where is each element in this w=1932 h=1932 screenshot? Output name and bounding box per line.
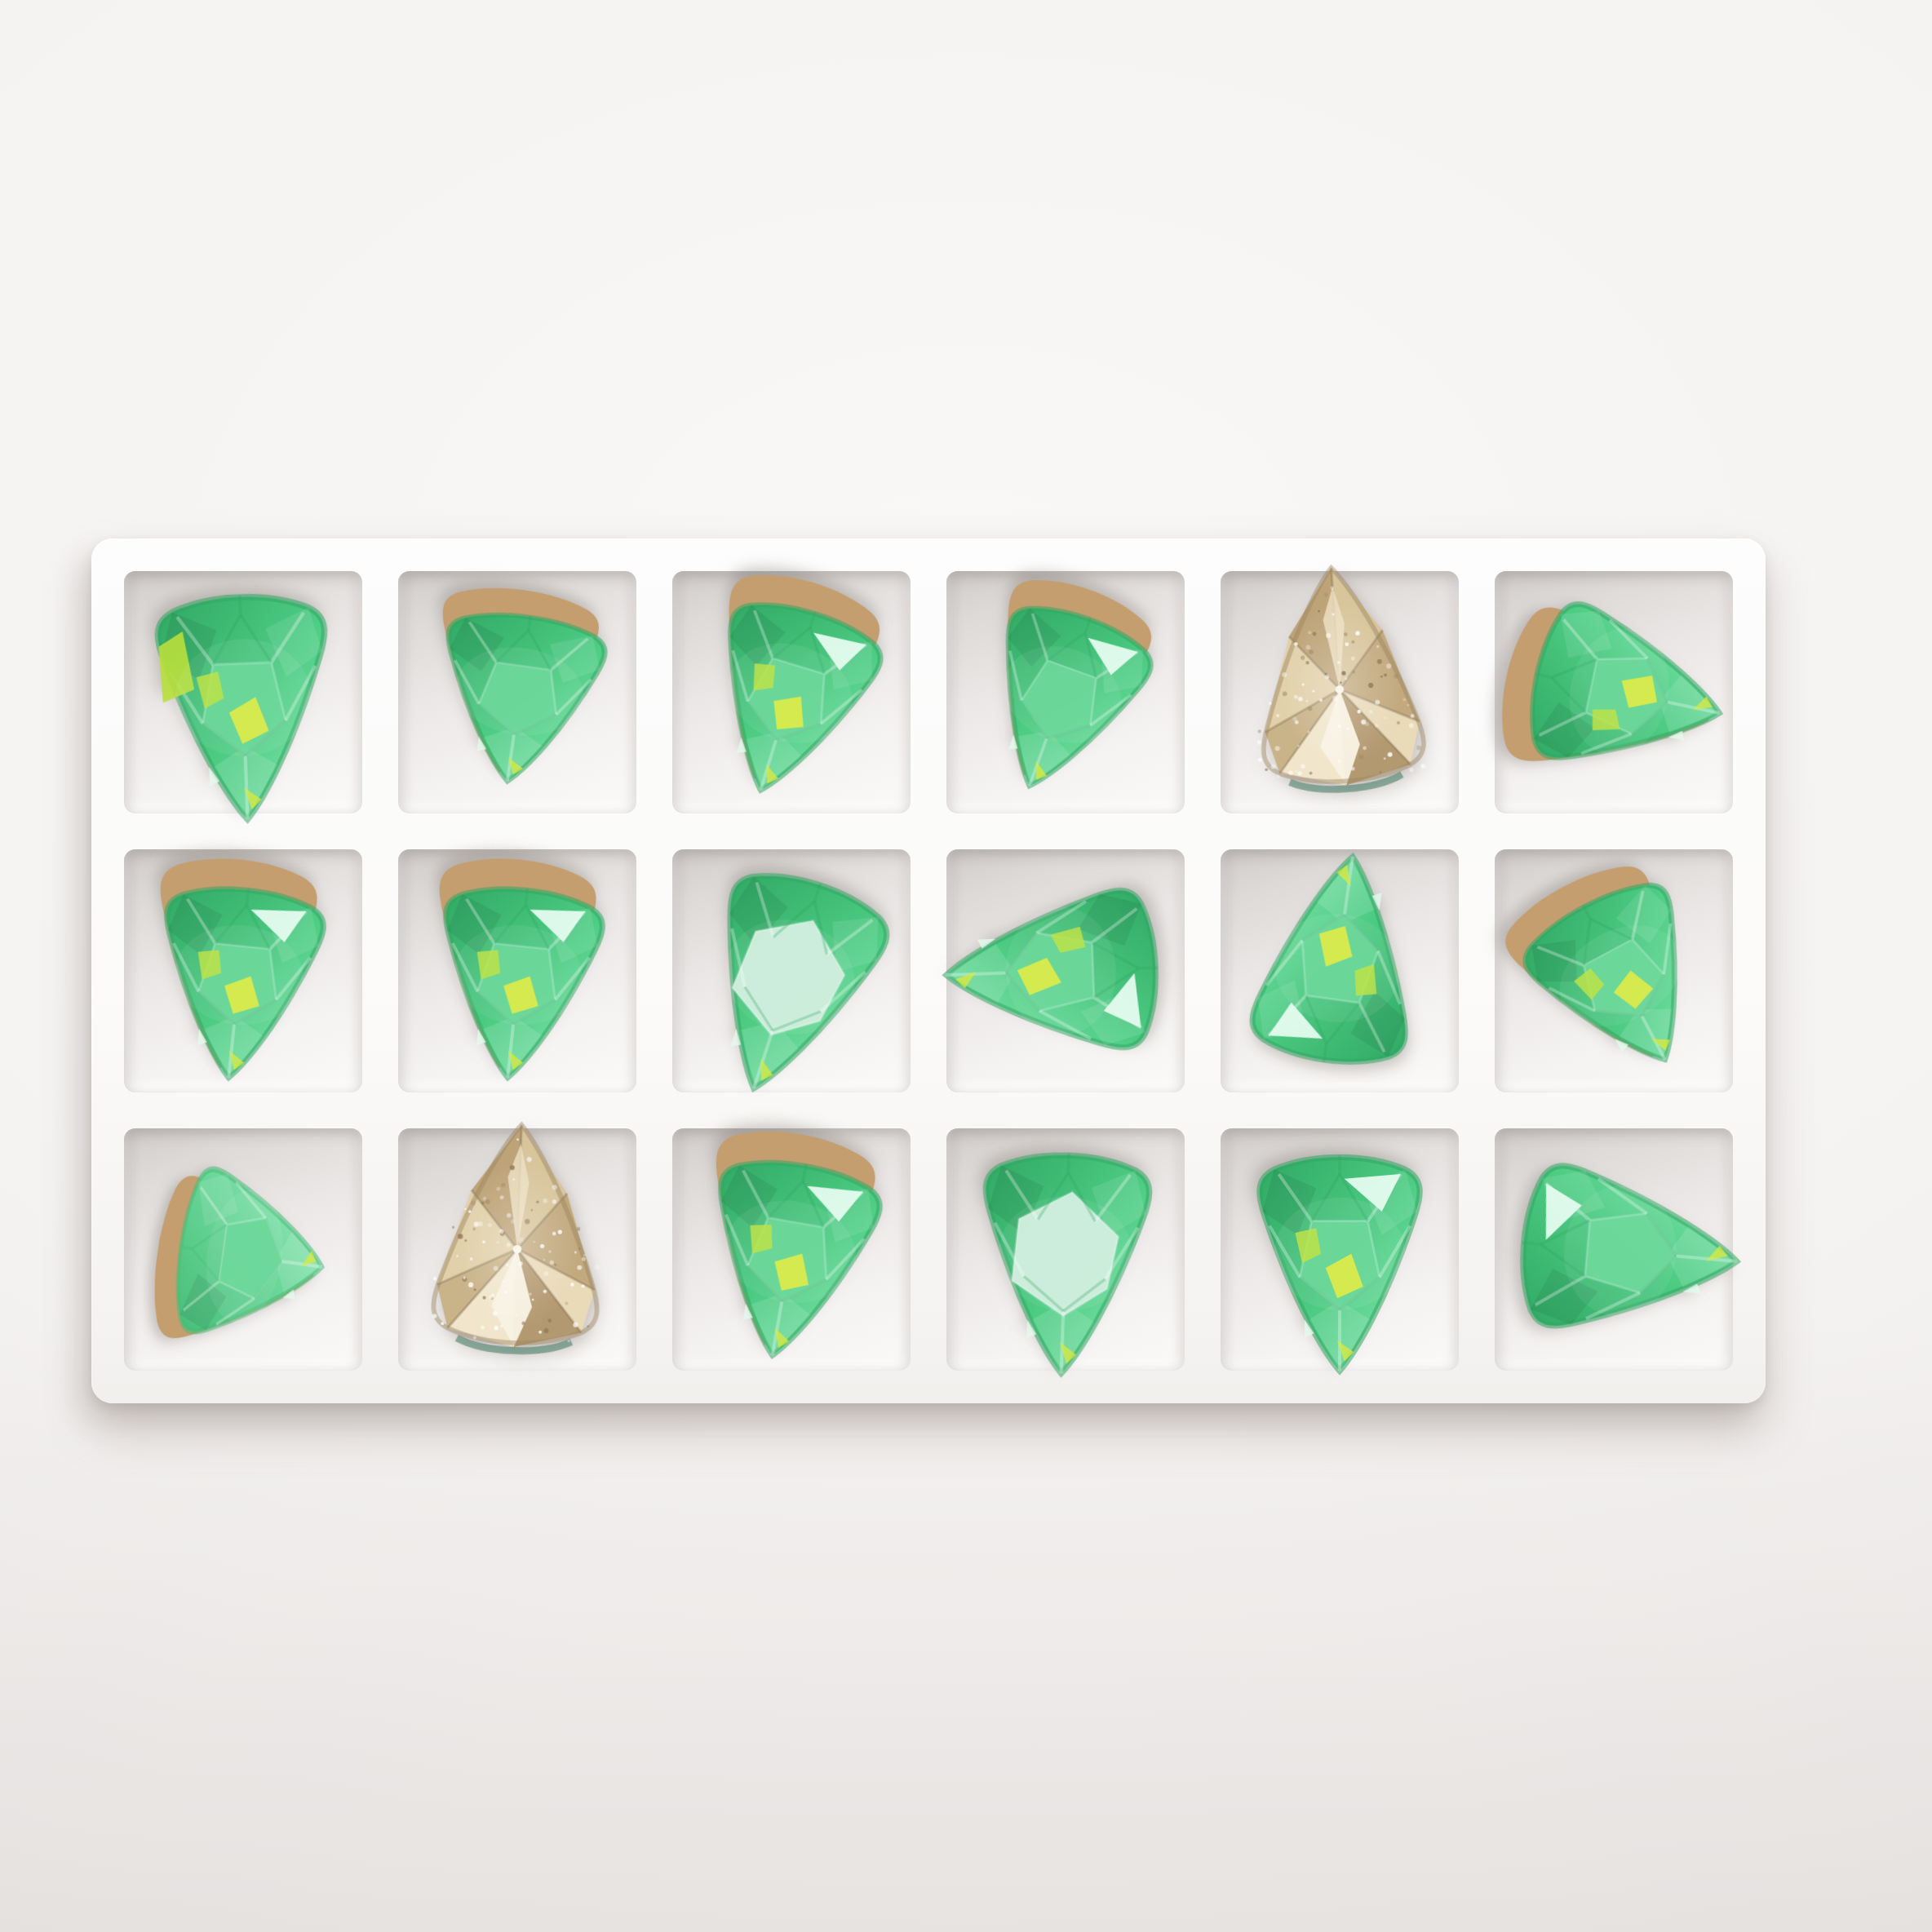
tray-compartment-r2c6 xyxy=(1495,849,1733,1092)
rhinestone-green-trillion-face-up xyxy=(920,828,1210,1113)
tray-compartment-r2c1 xyxy=(124,849,362,1092)
tray-compartment-r3c2 xyxy=(398,1128,636,1371)
tray-compartment-r1c3 xyxy=(672,571,911,813)
tray-compartment-r1c5 xyxy=(1221,571,1459,813)
rhinestone-green-trillion-face-up xyxy=(917,1098,1214,1400)
tray-compartment-r2c5 xyxy=(1221,849,1459,1092)
rhinestone-tray xyxy=(91,538,1766,1403)
tray-compartment-r3c3 xyxy=(672,1128,911,1371)
tray-compartment-r3c1 xyxy=(124,1128,362,1371)
rhinestone-gold-foiled-back-face-down xyxy=(1190,537,1490,842)
tray-compartment-r1c1 xyxy=(124,571,362,813)
tray-grid xyxy=(124,571,1733,1371)
tray-compartment-r3c6 xyxy=(1495,1128,1733,1371)
rhinestone-green-trillion-tilted xyxy=(1437,794,1801,1150)
rhinestone-green-trillion-face-up xyxy=(1199,1106,1481,1393)
rhinestone-green-trillion-tilted xyxy=(367,817,671,1124)
tray-compartment-r2c4 xyxy=(946,849,1185,1092)
tray-compartment-r2c3 xyxy=(672,849,911,1092)
rhinestone-green-trillion-tilted xyxy=(367,547,674,829)
rhinestone-green-trillion-tilted xyxy=(117,1099,366,1412)
tray-compartment-r3c5 xyxy=(1221,1128,1459,1371)
rhinestone-green-trillion-tilted xyxy=(628,1083,955,1413)
rhinestone-green-trillion-face-up xyxy=(1184,818,1489,1128)
rhinestone-green-trillion-tilted xyxy=(88,817,392,1124)
tray-compartment-r1c2 xyxy=(398,571,636,813)
rhinestone-green-trillion-tilted xyxy=(897,523,1230,859)
tray-compartment-r2c2 xyxy=(398,849,636,1092)
rhinestone-green-trillion-tilted xyxy=(1451,529,1779,853)
tray-compartment-r3c4 xyxy=(946,1128,1185,1371)
rhinestone-green-trillion-tilted xyxy=(623,518,961,860)
photo-backdrop xyxy=(0,0,1932,1932)
rhinestone-green-trillion-face-up xyxy=(92,538,395,846)
tray-compartment-r1c6 xyxy=(1495,571,1733,813)
rhinestone-green-trillion-face-up xyxy=(1460,1098,1770,1403)
tray-compartment-r1c4 xyxy=(946,571,1185,813)
rhinestone-gold-foiled-back-face-down xyxy=(369,1098,666,1400)
